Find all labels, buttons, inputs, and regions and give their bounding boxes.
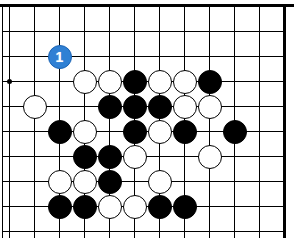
white-stone	[23, 95, 47, 119]
white-stone	[148, 170, 172, 194]
grid-hline	[2, 31, 286, 32]
black-stone	[198, 70, 222, 94]
white-stone	[98, 70, 122, 94]
marked-move-stone: 1	[48, 45, 72, 69]
white-stone	[98, 195, 122, 219]
black-stone	[148, 95, 172, 119]
grid-hline	[2, 231, 286, 232]
white-stone	[148, 120, 172, 144]
black-stone	[73, 195, 97, 219]
grid-hline	[2, 56, 286, 57]
diagram-left-frame-line	[2, 4, 3, 238]
grid-vline	[9, 5, 10, 238]
white-stone	[173, 70, 197, 94]
black-stone	[223, 120, 247, 144]
black-stone	[48, 195, 72, 219]
black-stone	[173, 195, 197, 219]
white-stone	[73, 70, 97, 94]
white-stone	[73, 170, 97, 194]
grid-hline	[2, 181, 286, 182]
white-stone	[73, 120, 97, 144]
go-board[interactable]: 1	[0, 0, 294, 238]
black-stone	[73, 145, 97, 169]
black-stone	[123, 70, 147, 94]
black-stone	[148, 195, 172, 219]
black-stone	[98, 145, 122, 169]
white-stone	[198, 145, 222, 169]
white-stone	[123, 195, 147, 219]
white-stone	[148, 70, 172, 94]
black-stone	[98, 170, 122, 194]
black-stone	[48, 120, 72, 144]
white-stone	[48, 170, 72, 194]
grid-vline	[259, 5, 260, 238]
go-diagram: 1	[0, 0, 294, 238]
black-stone	[173, 120, 197, 144]
white-stone	[173, 95, 197, 119]
black-stone	[98, 95, 122, 119]
white-stone	[123, 145, 147, 169]
board-right-edge	[283, 4, 286, 238]
star-point	[7, 79, 12, 84]
grid-vline	[34, 5, 35, 238]
black-stone	[123, 95, 147, 119]
grid-vline	[209, 5, 210, 238]
board-top-edge	[0, 4, 294, 7]
black-stone	[123, 120, 147, 144]
white-stone	[198, 95, 222, 119]
